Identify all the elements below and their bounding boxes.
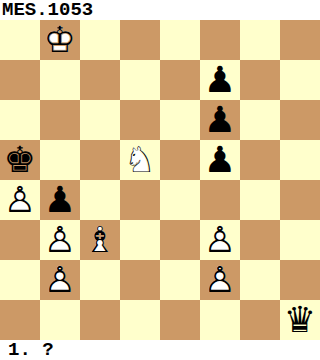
square-d5[interactable]: ♞♘ [120,140,160,180]
square-d8[interactable] [120,20,160,60]
white-knight-piece[interactable]: ♞♘ [120,140,160,180]
square-g8[interactable] [240,20,280,60]
square-a6[interactable] [0,100,40,140]
square-b8[interactable]: ♚♔ [40,20,80,60]
square-g6[interactable] [240,100,280,140]
square-d7[interactable] [120,60,160,100]
square-d2[interactable] [120,260,160,300]
square-f1[interactable] [200,300,240,340]
white-pawn-piece[interactable]: ♟♙ [40,220,80,260]
square-g1[interactable] [240,300,280,340]
black-pawn-piece[interactable]: ♟ [40,180,80,220]
square-d4[interactable] [120,180,160,220]
square-g4[interactable] [240,180,280,220]
piece-outline: ♙ [40,260,80,300]
black-pawn-piece[interactable]: ♟ [200,100,240,140]
square-f7[interactable]: ♟ [200,60,240,100]
square-c3[interactable]: ♝♗ [80,220,120,260]
square-c8[interactable] [80,20,120,60]
square-f6[interactable]: ♟ [200,100,240,140]
piece-outline: ♗ [80,220,120,260]
square-a4[interactable]: ♟♙ [0,180,40,220]
square-f5[interactable]: ♟ [200,140,240,180]
white-pawn-piece[interactable]: ♟♙ [0,180,40,220]
black-queen-piece[interactable]: ♛ [280,300,320,340]
piece-fill: ♚ [0,140,40,180]
white-pawn-piece[interactable]: ♟♙ [40,260,80,300]
square-b1[interactable] [40,300,80,340]
square-h1[interactable]: ♛ [280,300,320,340]
white-bishop-piece[interactable]: ♝♗ [80,220,120,260]
square-f2[interactable]: ♟♙ [200,260,240,300]
square-d1[interactable] [120,300,160,340]
square-d6[interactable] [120,100,160,140]
square-c4[interactable] [80,180,120,220]
square-e8[interactable] [160,20,200,60]
square-h4[interactable] [280,180,320,220]
piece-outline: ♔ [40,20,80,60]
square-b2[interactable]: ♟♙ [40,260,80,300]
square-g2[interactable] [240,260,280,300]
puzzle-title: MES.1053 [0,0,320,20]
piece-outline: ♙ [200,260,240,300]
square-e4[interactable] [160,180,200,220]
square-c6[interactable] [80,100,120,140]
square-h6[interactable] [280,100,320,140]
black-pawn-piece[interactable]: ♟ [200,60,240,100]
piece-fill: ♟ [200,100,240,140]
square-a8[interactable] [0,20,40,60]
move-prompt: 1. ? [0,340,320,360]
square-e2[interactable] [160,260,200,300]
chess-puzzle-page: MES.1053 ♚♔♟♟♚♞♘♟♟♙♟♟♙♝♗♟♙♟♙♟♙♛ 1. ? [0,0,320,360]
square-a1[interactable] [0,300,40,340]
square-d3[interactable] [120,220,160,260]
square-f8[interactable] [200,20,240,60]
square-b6[interactable] [40,100,80,140]
square-a2[interactable] [0,260,40,300]
white-pawn-piece[interactable]: ♟♙ [200,220,240,260]
square-c7[interactable] [80,60,120,100]
square-e6[interactable] [160,100,200,140]
square-h8[interactable] [280,20,320,60]
square-e5[interactable] [160,140,200,180]
square-b5[interactable] [40,140,80,180]
square-c1[interactable] [80,300,120,340]
square-c5[interactable] [80,140,120,180]
square-e7[interactable] [160,60,200,100]
white-pawn-piece[interactable]: ♟♙ [200,260,240,300]
piece-outline: ♙ [200,220,240,260]
square-g5[interactable] [240,140,280,180]
square-a7[interactable] [0,60,40,100]
square-h7[interactable] [280,60,320,100]
square-h3[interactable] [280,220,320,260]
square-c2[interactable] [80,260,120,300]
piece-outline: ♙ [40,220,80,260]
black-king-piece[interactable]: ♚ [0,140,40,180]
square-e3[interactable] [160,220,200,260]
chess-board[interactable]: ♚♔♟♟♚♞♘♟♟♙♟♟♙♝♗♟♙♟♙♟♙♛ [0,20,320,340]
square-b7[interactable] [40,60,80,100]
white-king-piece[interactable]: ♚♔ [40,20,80,60]
square-g7[interactable] [240,60,280,100]
black-pawn-piece[interactable]: ♟ [200,140,240,180]
square-e1[interactable] [160,300,200,340]
piece-fill: ♛ [280,300,320,340]
square-g3[interactable] [240,220,280,260]
square-f4[interactable] [200,180,240,220]
square-h5[interactable] [280,140,320,180]
piece-outline: ♙ [0,180,40,220]
piece-outline: ♘ [120,140,160,180]
square-a5[interactable]: ♚ [0,140,40,180]
piece-fill: ♟ [200,60,240,100]
square-f3[interactable]: ♟♙ [200,220,240,260]
square-b4[interactable]: ♟ [40,180,80,220]
square-a3[interactable] [0,220,40,260]
piece-fill: ♟ [40,180,80,220]
square-b3[interactable]: ♟♙ [40,220,80,260]
piece-fill: ♟ [200,140,240,180]
square-h2[interactable] [280,260,320,300]
